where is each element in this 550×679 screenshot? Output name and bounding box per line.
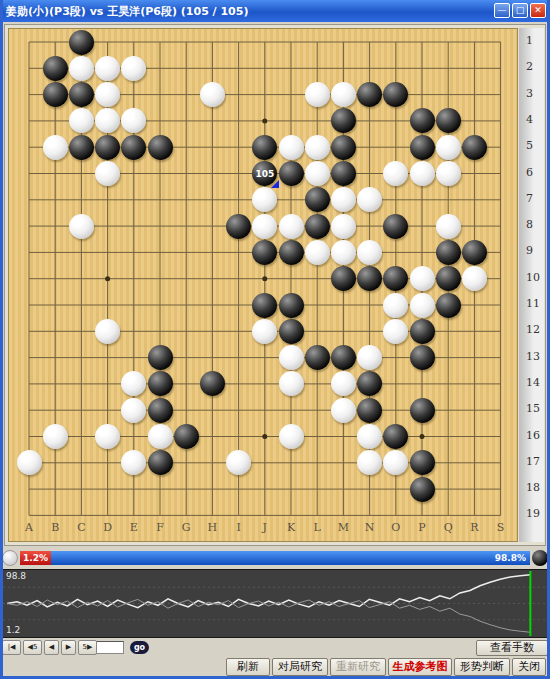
board-panel: ABCDEFGHIJKLMNOPQRS105 12345678910111213… — [4, 24, 546, 546]
winrate-graph[interactable]: 98.8 1.2 — [2, 569, 548, 638]
white-stone-Q5 — [436, 135, 461, 160]
white-stone-D2 — [95, 56, 120, 81]
situation-judge-button[interactable]: 形势判断 — [454, 658, 510, 676]
row-label-9: 9 — [526, 244, 544, 257]
black-stone-N15 — [357, 398, 382, 423]
col-label-M: M — [334, 521, 352, 534]
white-winrate-value: 1.2% — [20, 551, 51, 565]
black-stone-O8 — [383, 214, 408, 239]
col-label-F: F — [151, 521, 169, 534]
white-stone-L5 — [305, 135, 330, 160]
black-stone-K9 — [279, 240, 304, 265]
nav-button-4[interactable]: 5▶ — [78, 640, 97, 655]
col-label-O: O — [387, 521, 405, 534]
black-stone-R5 — [462, 135, 487, 160]
white-stone-N16 — [357, 424, 382, 449]
white-stone-icon — [2, 550, 18, 566]
white-stone-K14 — [279, 371, 304, 396]
black-stone-F17 — [148, 450, 173, 475]
black-stone-R9 — [462, 240, 487, 265]
nav-button-1[interactable]: ◀5 — [23, 640, 42, 655]
winrate-plot — [3, 571, 545, 636]
col-label-D: D — [99, 521, 117, 534]
white-stone-N9 — [357, 240, 382, 265]
col-label-N: N — [361, 521, 379, 534]
black-stone-B3 — [43, 82, 68, 107]
row-label-18: 18 — [526, 481, 544, 494]
col-label-H: H — [203, 521, 221, 534]
row-label-6: 6 — [526, 166, 544, 179]
col-label-Q: Q — [439, 521, 457, 534]
white-stone-B16 — [43, 424, 68, 449]
black-stone-Q4 — [436, 108, 461, 133]
black-stone-K11 — [279, 293, 304, 318]
white-stone-E15 — [121, 398, 146, 423]
black-stone-P18 — [410, 477, 435, 502]
black-stone-F13 — [148, 345, 173, 370]
black-stone-J5 — [252, 135, 277, 160]
row-label-8: 8 — [526, 218, 544, 231]
row-label-1: 1 — [526, 34, 544, 47]
white-stone-P11 — [410, 293, 435, 318]
col-label-P: P — [413, 521, 431, 534]
white-stone-D6 — [95, 161, 120, 186]
black-stone-L8 — [305, 214, 330, 239]
row-label-10: 10 — [526, 271, 544, 284]
black-stone-F15 — [148, 398, 173, 423]
black-stone-icon — [532, 550, 548, 566]
go-board[interactable]: ABCDEFGHIJKLMNOPQRS105 — [8, 28, 518, 542]
row-label-16: 16 — [526, 429, 544, 442]
black-stone-P17 — [410, 450, 435, 475]
col-label-C: C — [72, 521, 90, 534]
black-stone-M13 — [331, 345, 356, 370]
nav-button-0[interactable]: |◀ — [2, 640, 21, 655]
row-label-4: 4 — [526, 113, 544, 126]
row-label-19: 19 — [526, 507, 544, 520]
black-stone-M6 — [331, 161, 356, 186]
black-stone-J11 — [252, 293, 277, 318]
row-label-5: 5 — [526, 139, 544, 152]
game-study-button[interactable]: 对局研究 — [272, 658, 328, 676]
col-label-L: L — [308, 521, 326, 534]
white-stone-L6 — [305, 161, 330, 186]
black-stone-P13 — [410, 345, 435, 370]
white-stone-L3 — [305, 82, 330, 107]
black-stone-K12 — [279, 319, 304, 344]
white-stone-H3 — [200, 82, 225, 107]
black-stone-G16 — [174, 424, 199, 449]
row-coordinates: 12345678910111213141516171819 — [519, 28, 544, 542]
col-label-J: J — [256, 521, 274, 534]
window-title: 姜勋(小)(P3段) vs 王昊洋(P6段) (105 / 105) — [6, 4, 248, 19]
row-label-17: 17 — [526, 455, 544, 468]
black-stone-Q11 — [436, 293, 461, 318]
go-button[interactable]: go — [130, 641, 149, 654]
black-stone-P12 — [410, 319, 435, 344]
black-stone-Q10 — [436, 266, 461, 291]
black-stone-M10 — [331, 266, 356, 291]
row-label-14: 14 — [526, 376, 544, 389]
white-stone-A17 — [17, 450, 42, 475]
row-label-11: 11 — [526, 297, 544, 310]
close-button[interactable]: 关闭 — [512, 658, 546, 676]
winrate-track: 1.2% 98.8% — [20, 551, 530, 565]
white-stone-M9 — [331, 240, 356, 265]
white-stone-C8 — [69, 214, 94, 239]
white-stone-J12 — [252, 319, 277, 344]
white-stone-E2 — [121, 56, 146, 81]
row-label-13: 13 — [526, 350, 544, 363]
black-stone-C1 — [69, 30, 94, 55]
white-stone-M8 — [331, 214, 356, 239]
white-stone-Q8 — [436, 214, 461, 239]
white-stone-K8 — [279, 214, 304, 239]
white-stone-C2 — [69, 56, 94, 81]
white-stone-K13 — [279, 345, 304, 370]
white-stone-R10 — [462, 266, 487, 291]
black-stone-K6 — [279, 161, 304, 186]
col-label-G: G — [177, 521, 195, 534]
row-label-7: 7 — [526, 192, 544, 205]
move-navigation: go 查看手数 |◀◀5◀▶5▶ — [2, 640, 548, 656]
close-icon[interactable]: ✕ — [530, 3, 546, 18]
col-label-B: B — [46, 521, 64, 534]
black-stone-I8 — [226, 214, 251, 239]
row-label-12: 12 — [526, 323, 544, 336]
move-number-input[interactable] — [94, 641, 124, 654]
refresh-button[interactable]: 刷新 — [226, 658, 270, 676]
black-winrate-value: 98.8% — [51, 551, 530, 565]
col-label-S: S — [492, 521, 510, 534]
black-stone-L7 — [305, 187, 330, 212]
black-stone-F5 — [148, 135, 173, 160]
black-stone-Q9 — [436, 240, 461, 265]
black-stone-M5 — [331, 135, 356, 160]
generate-reference-button[interactable]: 生成参考图 — [388, 658, 452, 676]
white-stone-K16 — [279, 424, 304, 449]
black-stone-J6: 105 — [252, 161, 277, 186]
col-label-A: A — [20, 521, 38, 534]
white-stone-L9 — [305, 240, 330, 265]
nav-button-3[interactable]: ▶ — [61, 640, 76, 655]
black-stone-B2 — [43, 56, 68, 81]
white-stone-Q6 — [436, 161, 461, 186]
white-stone-P6 — [410, 161, 435, 186]
white-stone-D12 — [95, 319, 120, 344]
black-stone-L13 — [305, 345, 330, 370]
row-label-2: 2 — [526, 60, 544, 73]
white-stone-K5 — [279, 135, 304, 160]
last-move-marker — [271, 180, 279, 188]
col-label-K: K — [282, 521, 300, 534]
black-stone-C5 — [69, 135, 94, 160]
col-label-I: I — [230, 521, 248, 534]
white-stone-O11 — [383, 293, 408, 318]
nav-button-2[interactable]: ◀ — [44, 640, 59, 655]
action-buttons: 刷新 对局研究 重新研究 生成参考图 形势判断 关闭 — [0, 658, 550, 677]
row-label-15: 15 — [526, 402, 544, 415]
winrate-bar: 1.2% 98.8% — [2, 549, 548, 567]
black-stone-E5 — [121, 135, 146, 160]
black-stone-F14 — [148, 371, 173, 396]
black-stone-P15 — [410, 398, 435, 423]
white-stone-F16 — [148, 424, 173, 449]
re-study-button[interactable]: 重新研究 — [330, 658, 386, 676]
maximize-button[interactable]: □ — [512, 3, 528, 18]
black-stone-P5 — [410, 135, 435, 160]
view-moves-button[interactable]: 查看手数 — [476, 640, 548, 656]
white-stone-J8 — [252, 214, 277, 239]
col-label-E: E — [125, 521, 143, 534]
black-stone-C3 — [69, 82, 94, 107]
title-bar: 姜勋(小)(P3段) vs 王昊洋(P6段) (105 / 105) — □ ✕ — [0, 0, 550, 22]
white-stone-B5 — [43, 135, 68, 160]
col-label-R: R — [465, 521, 483, 534]
row-label-3: 3 — [526, 87, 544, 100]
white-stone-O12 — [383, 319, 408, 344]
black-stone-P4 — [410, 108, 435, 133]
white-stone-M15 — [331, 398, 356, 423]
white-stone-M3 — [331, 82, 356, 107]
minimize-button[interactable]: — — [494, 3, 510, 18]
white-stone-P10 — [410, 266, 435, 291]
white-stone-D16 — [95, 424, 120, 449]
black-stone-D5 — [95, 135, 120, 160]
